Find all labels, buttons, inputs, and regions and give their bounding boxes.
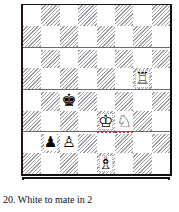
square-e3: ♔ bbox=[97, 111, 115, 132]
square-h5 bbox=[152, 68, 170, 89]
white-knight-piece: ♘ bbox=[116, 113, 131, 130]
square-b6 bbox=[41, 47, 59, 68]
board-seam-line bbox=[23, 47, 170, 50]
square-h6 bbox=[152, 47, 170, 68]
square-g8 bbox=[133, 5, 151, 26]
square-e1: ♗ bbox=[97, 153, 115, 174]
square-a7 bbox=[23, 26, 41, 47]
square-a5 bbox=[23, 68, 41, 89]
piece-backdrop: ♔ bbox=[99, 113, 113, 130]
square-a6 bbox=[23, 47, 41, 68]
square-c7 bbox=[60, 26, 78, 47]
square-g4 bbox=[133, 90, 151, 111]
square-h3 bbox=[152, 111, 170, 132]
square-d4 bbox=[78, 90, 96, 111]
square-h8 bbox=[152, 5, 170, 26]
square-d1 bbox=[78, 153, 96, 174]
square-e8 bbox=[97, 5, 115, 26]
square-d2 bbox=[78, 132, 96, 153]
square-f3: ♘ bbox=[115, 111, 133, 132]
puzzle-caption: 20. White to mate in 2 bbox=[3, 194, 92, 205]
square-c6 bbox=[60, 47, 78, 68]
square-g7 bbox=[133, 26, 151, 47]
square-b4 bbox=[41, 90, 59, 111]
square-f7 bbox=[115, 26, 133, 47]
square-h1 bbox=[152, 153, 170, 174]
square-h2 bbox=[152, 132, 170, 153]
square-b7 bbox=[41, 26, 59, 47]
square-b8 bbox=[41, 5, 59, 26]
square-c8 bbox=[60, 5, 78, 26]
black-pawn-piece: ♟ bbox=[44, 135, 57, 150]
square-g6 bbox=[133, 47, 151, 68]
square-d8 bbox=[78, 5, 96, 26]
square-d5 bbox=[78, 68, 96, 89]
board-bottom-rule bbox=[22, 177, 170, 180]
square-e2 bbox=[97, 132, 115, 153]
document-page: ♖♚♔♘♟♙♗ 20. White to mate in 2 bbox=[0, 0, 179, 212]
square-g2 bbox=[133, 132, 151, 153]
square-c3 bbox=[60, 111, 78, 132]
square-c1 bbox=[60, 153, 78, 174]
square-b2: ♟ bbox=[41, 132, 59, 153]
square-e7 bbox=[97, 26, 115, 47]
square-c4: ♚ bbox=[60, 90, 78, 111]
black-king-piece: ♚ bbox=[61, 92, 76, 109]
square-a3 bbox=[23, 111, 41, 132]
square-e6 bbox=[97, 47, 115, 68]
spellcheck-squiggle-annotation bbox=[115, 131, 134, 133]
square-h4 bbox=[152, 90, 170, 111]
spellcheck-squiggle-annotation bbox=[97, 131, 116, 133]
white-bishop-piece: ♗ bbox=[98, 155, 113, 172]
white-king-piece: ♔ bbox=[98, 113, 113, 130]
square-b3 bbox=[41, 111, 59, 132]
square-g5: ♖ bbox=[133, 68, 151, 89]
square-a8 bbox=[23, 5, 41, 26]
square-c2: ♙ bbox=[60, 132, 78, 153]
square-d6 bbox=[78, 47, 96, 68]
chess-board: ♖♚♔♘♟♙♗ bbox=[21, 4, 172, 176]
square-f5 bbox=[115, 68, 133, 89]
piece-backdrop: ♟ bbox=[44, 134, 56, 151]
square-b1 bbox=[41, 153, 59, 174]
square-f4 bbox=[115, 90, 133, 111]
board-seam-line bbox=[23, 89, 170, 92]
square-a4 bbox=[23, 90, 41, 111]
square-h7 bbox=[152, 26, 170, 47]
square-a1 bbox=[23, 153, 41, 174]
square-a2 bbox=[23, 132, 41, 153]
square-e5 bbox=[97, 68, 115, 89]
square-g3 bbox=[133, 111, 151, 132]
square-f6 bbox=[115, 47, 133, 68]
square-d7 bbox=[78, 26, 96, 47]
square-f2 bbox=[115, 132, 133, 153]
white-rook-piece: ♖ bbox=[135, 70, 150, 87]
square-c5 bbox=[60, 68, 78, 89]
piece-backdrop: ♗ bbox=[99, 155, 113, 172]
square-e4 bbox=[97, 90, 115, 111]
square-f8 bbox=[115, 5, 133, 26]
square-b5 bbox=[41, 68, 59, 89]
piece-backdrop: ♖ bbox=[135, 70, 149, 87]
square-f1 bbox=[115, 153, 133, 174]
white-pawn-piece: ♙ bbox=[62, 135, 75, 150]
square-d3 bbox=[78, 111, 96, 132]
square-g1 bbox=[133, 153, 151, 174]
